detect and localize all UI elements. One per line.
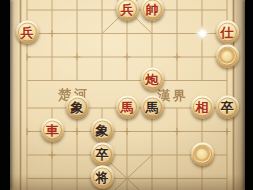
piece-hidden[interactable] <box>191 142 214 165</box>
piece-black-general[interactable]: 将 <box>91 166 114 189</box>
piece-black-elephant[interactable]: 象 <box>91 119 114 142</box>
letterbox-right <box>245 0 253 190</box>
piece-layer[interactable]: 兵帥兵仕炮象馬馬相卒車象卒将 <box>15 0 240 190</box>
piece-red-elephant[interactable]: 相 <box>191 95 214 118</box>
piece-black-soldier[interactable]: 卒 <box>91 142 114 165</box>
piece-red-cannon[interactable]: 炮 <box>141 68 164 91</box>
piece-red-horse[interactable]: 馬 <box>116 95 139 118</box>
piece-hidden[interactable] <box>216 44 239 67</box>
xiangqi-screen: 楚河 漢界 兵帥兵仕炮象馬馬相卒車象卒将 <box>0 0 253 190</box>
letterbox-left <box>0 0 10 190</box>
piece-red-soldier[interactable]: 兵 <box>16 21 39 44</box>
piece-black-horse[interactable]: 馬 <box>141 95 164 118</box>
piece-red-chariot[interactable]: 車 <box>41 119 64 142</box>
piece-red-advisor[interactable]: 仕 <box>216 21 239 44</box>
piece-black-elephant[interactable]: 象 <box>66 95 89 118</box>
piece-black-soldier[interactable]: 卒 <box>216 95 239 118</box>
piece-red-soldier[interactable]: 兵 <box>116 0 139 20</box>
piece-red-general[interactable]: 帥 <box>141 0 164 20</box>
